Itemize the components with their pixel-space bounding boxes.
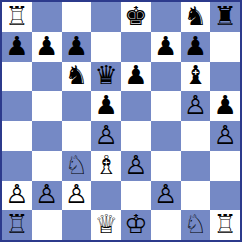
square-b5[interactable] [32, 91, 62, 121]
square-a1[interactable]: ♖ [2, 210, 32, 240]
white-pawn: ♙ [65, 181, 88, 207]
black-pawn: ♟ [35, 33, 58, 59]
square-e2[interactable] [121, 181, 151, 211]
square-e6[interactable]: ♟ [121, 62, 151, 92]
black-pawn: ♟ [65, 33, 88, 59]
square-b8[interactable] [32, 2, 62, 32]
square-c2[interactable]: ♙ [62, 181, 92, 211]
square-g8[interactable]: ♞ [181, 2, 211, 32]
black-queen: ♛ [94, 62, 117, 88]
square-e7[interactable] [121, 32, 151, 62]
square-c4[interactable] [62, 121, 92, 151]
square-h3[interactable] [210, 151, 240, 181]
black-pawn: ♟ [184, 33, 207, 59]
square-g4[interactable] [181, 121, 211, 151]
square-a3[interactable] [2, 151, 32, 181]
square-d6[interactable]: ♛ [91, 62, 121, 92]
black-pawn: ♟ [124, 62, 147, 88]
square-g1[interactable]: ♘ [181, 210, 211, 240]
black-pawn: ♟ [5, 33, 28, 59]
black-knight: ♞ [184, 3, 207, 29]
white-bishop: ♗ [94, 152, 117, 178]
white-queen: ♕ [94, 211, 117, 237]
square-f5[interactable] [151, 91, 181, 121]
square-a2[interactable]: ♙ [2, 181, 32, 211]
white-pawn: ♙ [154, 181, 177, 207]
square-c5[interactable] [62, 91, 92, 121]
square-a6[interactable] [2, 62, 32, 92]
square-h8[interactable]: ♜ [210, 2, 240, 32]
white-pawn: ♙ [124, 152, 147, 178]
black-pawn: ♟ [213, 92, 236, 118]
white-pawn: ♙ [184, 92, 207, 118]
square-g6[interactable]: ♝ [181, 62, 211, 92]
square-h7[interactable] [210, 32, 240, 62]
square-c1[interactable] [62, 210, 92, 240]
black-knight: ♞ [65, 62, 88, 88]
square-c3[interactable]: ♘ [62, 151, 92, 181]
square-e4[interactable] [121, 121, 151, 151]
white-pawn: ♙ [213, 122, 236, 148]
square-h1[interactable]: ♖ [210, 210, 240, 240]
square-h2[interactable] [210, 181, 240, 211]
white-pawn: ♙ [94, 122, 117, 148]
square-a4[interactable] [2, 121, 32, 151]
square-b7[interactable]: ♟ [32, 32, 62, 62]
square-a5[interactable] [2, 91, 32, 121]
square-f8[interactable] [151, 2, 181, 32]
square-d5[interactable]: ♟ [91, 91, 121, 121]
square-f7[interactable]: ♟ [151, 32, 181, 62]
square-f6[interactable] [151, 62, 181, 92]
square-d3[interactable]: ♗ [91, 151, 121, 181]
square-f4[interactable] [151, 121, 181, 151]
white-rook: ♖ [5, 211, 28, 237]
white-pawn: ♙ [5, 181, 28, 207]
square-b4[interactable] [32, 121, 62, 151]
square-a7[interactable]: ♟ [2, 32, 32, 62]
square-g3[interactable] [181, 151, 211, 181]
square-e1[interactable]: ♔ [121, 210, 151, 240]
square-d8[interactable] [91, 2, 121, 32]
square-d1[interactable]: ♕ [91, 210, 121, 240]
square-c8[interactable] [62, 2, 92, 32]
black-pawn: ♟ [154, 33, 177, 59]
black-king: ♚ [124, 3, 147, 29]
square-e8[interactable]: ♚ [121, 2, 151, 32]
square-g7[interactable]: ♟ [181, 32, 211, 62]
white-king: ♔ [124, 211, 147, 237]
square-g2[interactable] [181, 181, 211, 211]
square-d2[interactable] [91, 181, 121, 211]
square-b1[interactable] [32, 210, 62, 240]
black-pawn: ♟ [94, 92, 117, 118]
white-rook: ♖ [213, 211, 236, 237]
white-pawn: ♙ [35, 181, 58, 207]
white-rook: ♖ [5, 3, 28, 29]
square-e3[interactable]: ♙ [121, 151, 151, 181]
square-c7[interactable]: ♟ [62, 32, 92, 62]
square-b6[interactable] [32, 62, 62, 92]
black-bishop: ♝ [184, 62, 207, 88]
square-h6[interactable] [210, 62, 240, 92]
chess-board: ♖♚♞♜♟♟♟♟♟♞♛♟♝♟♙♟♙♙♘♗♙♙♙♙♙♖♕♔♘♖ [2, 2, 240, 240]
square-h5[interactable]: ♟ [210, 91, 240, 121]
square-d4[interactable]: ♙ [91, 121, 121, 151]
square-f1[interactable] [151, 210, 181, 240]
white-knight: ♘ [184, 211, 207, 237]
square-b2[interactable]: ♙ [32, 181, 62, 211]
black-rook: ♜ [213, 3, 236, 29]
square-g5[interactable]: ♙ [181, 91, 211, 121]
chess-board-frame: ♖♚♞♜♟♟♟♟♟♞♛♟♝♟♙♟♙♙♘♗♙♙♙♙♙♖♕♔♘♖ [0, 0, 242, 242]
square-d7[interactable] [91, 32, 121, 62]
square-c6[interactable]: ♞ [62, 62, 92, 92]
square-f3[interactable] [151, 151, 181, 181]
square-b3[interactable] [32, 151, 62, 181]
square-e5[interactable] [121, 91, 151, 121]
white-knight: ♘ [65, 152, 88, 178]
square-f2[interactable]: ♙ [151, 181, 181, 211]
square-a8[interactable]: ♖ [2, 2, 32, 32]
square-h4[interactable]: ♙ [210, 121, 240, 151]
